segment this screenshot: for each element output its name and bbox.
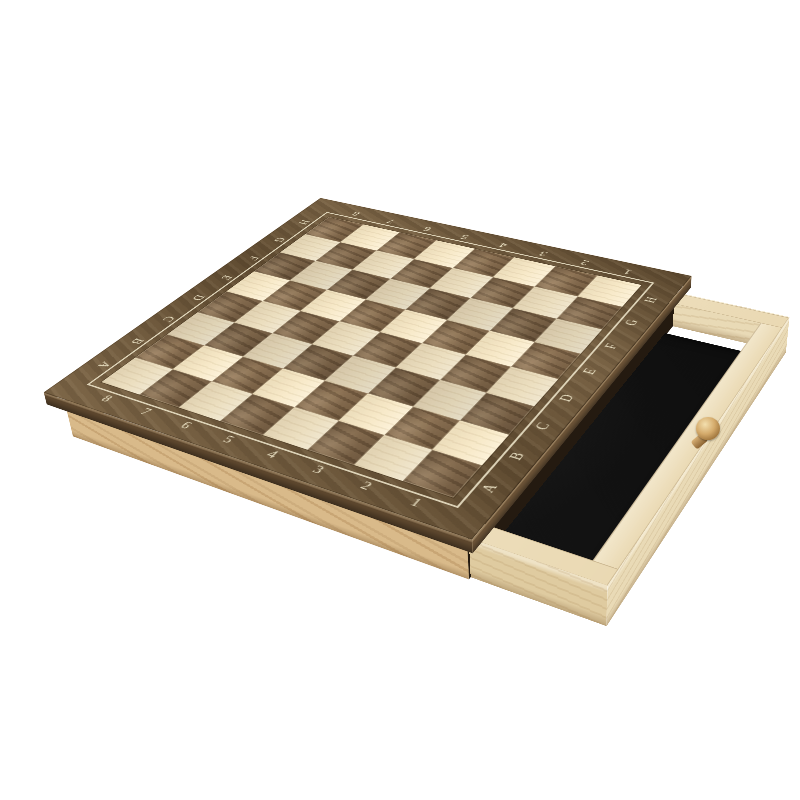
product-photo-stage: AA88BB77CC66DD55EE44FF33GG22HH11 xyxy=(0,0,800,800)
coord-west-7: 7 xyxy=(132,404,159,419)
drawer-knob-ball xyxy=(696,417,720,440)
coord-west-6: 6 xyxy=(172,418,200,433)
drawer-knob xyxy=(692,417,736,457)
coord-west-8: 8 xyxy=(93,391,120,405)
